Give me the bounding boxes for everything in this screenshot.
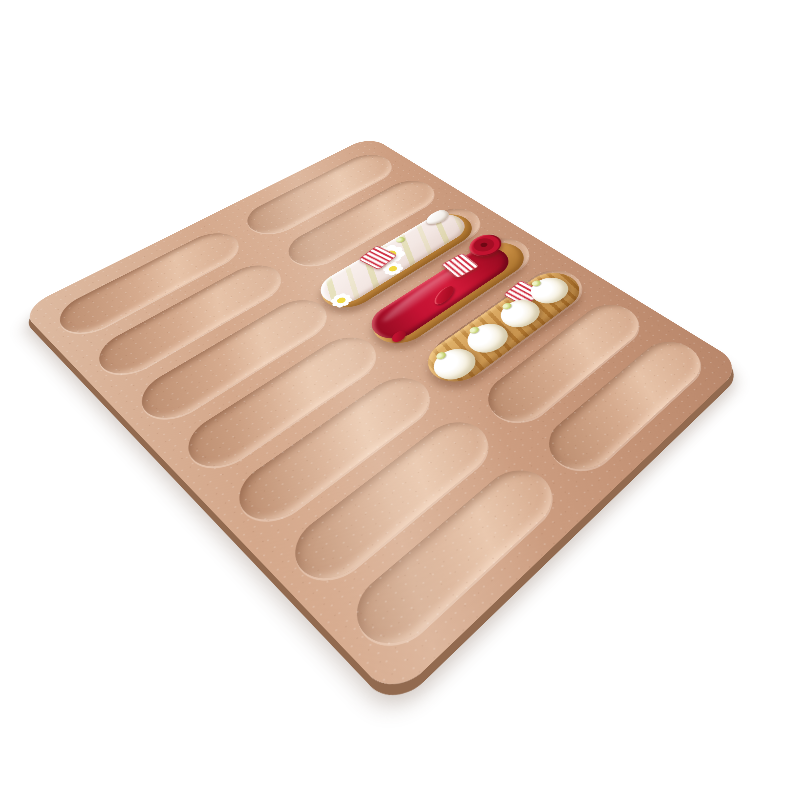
product-photo [0,0,800,800]
eclair-pan [20,136,743,700]
